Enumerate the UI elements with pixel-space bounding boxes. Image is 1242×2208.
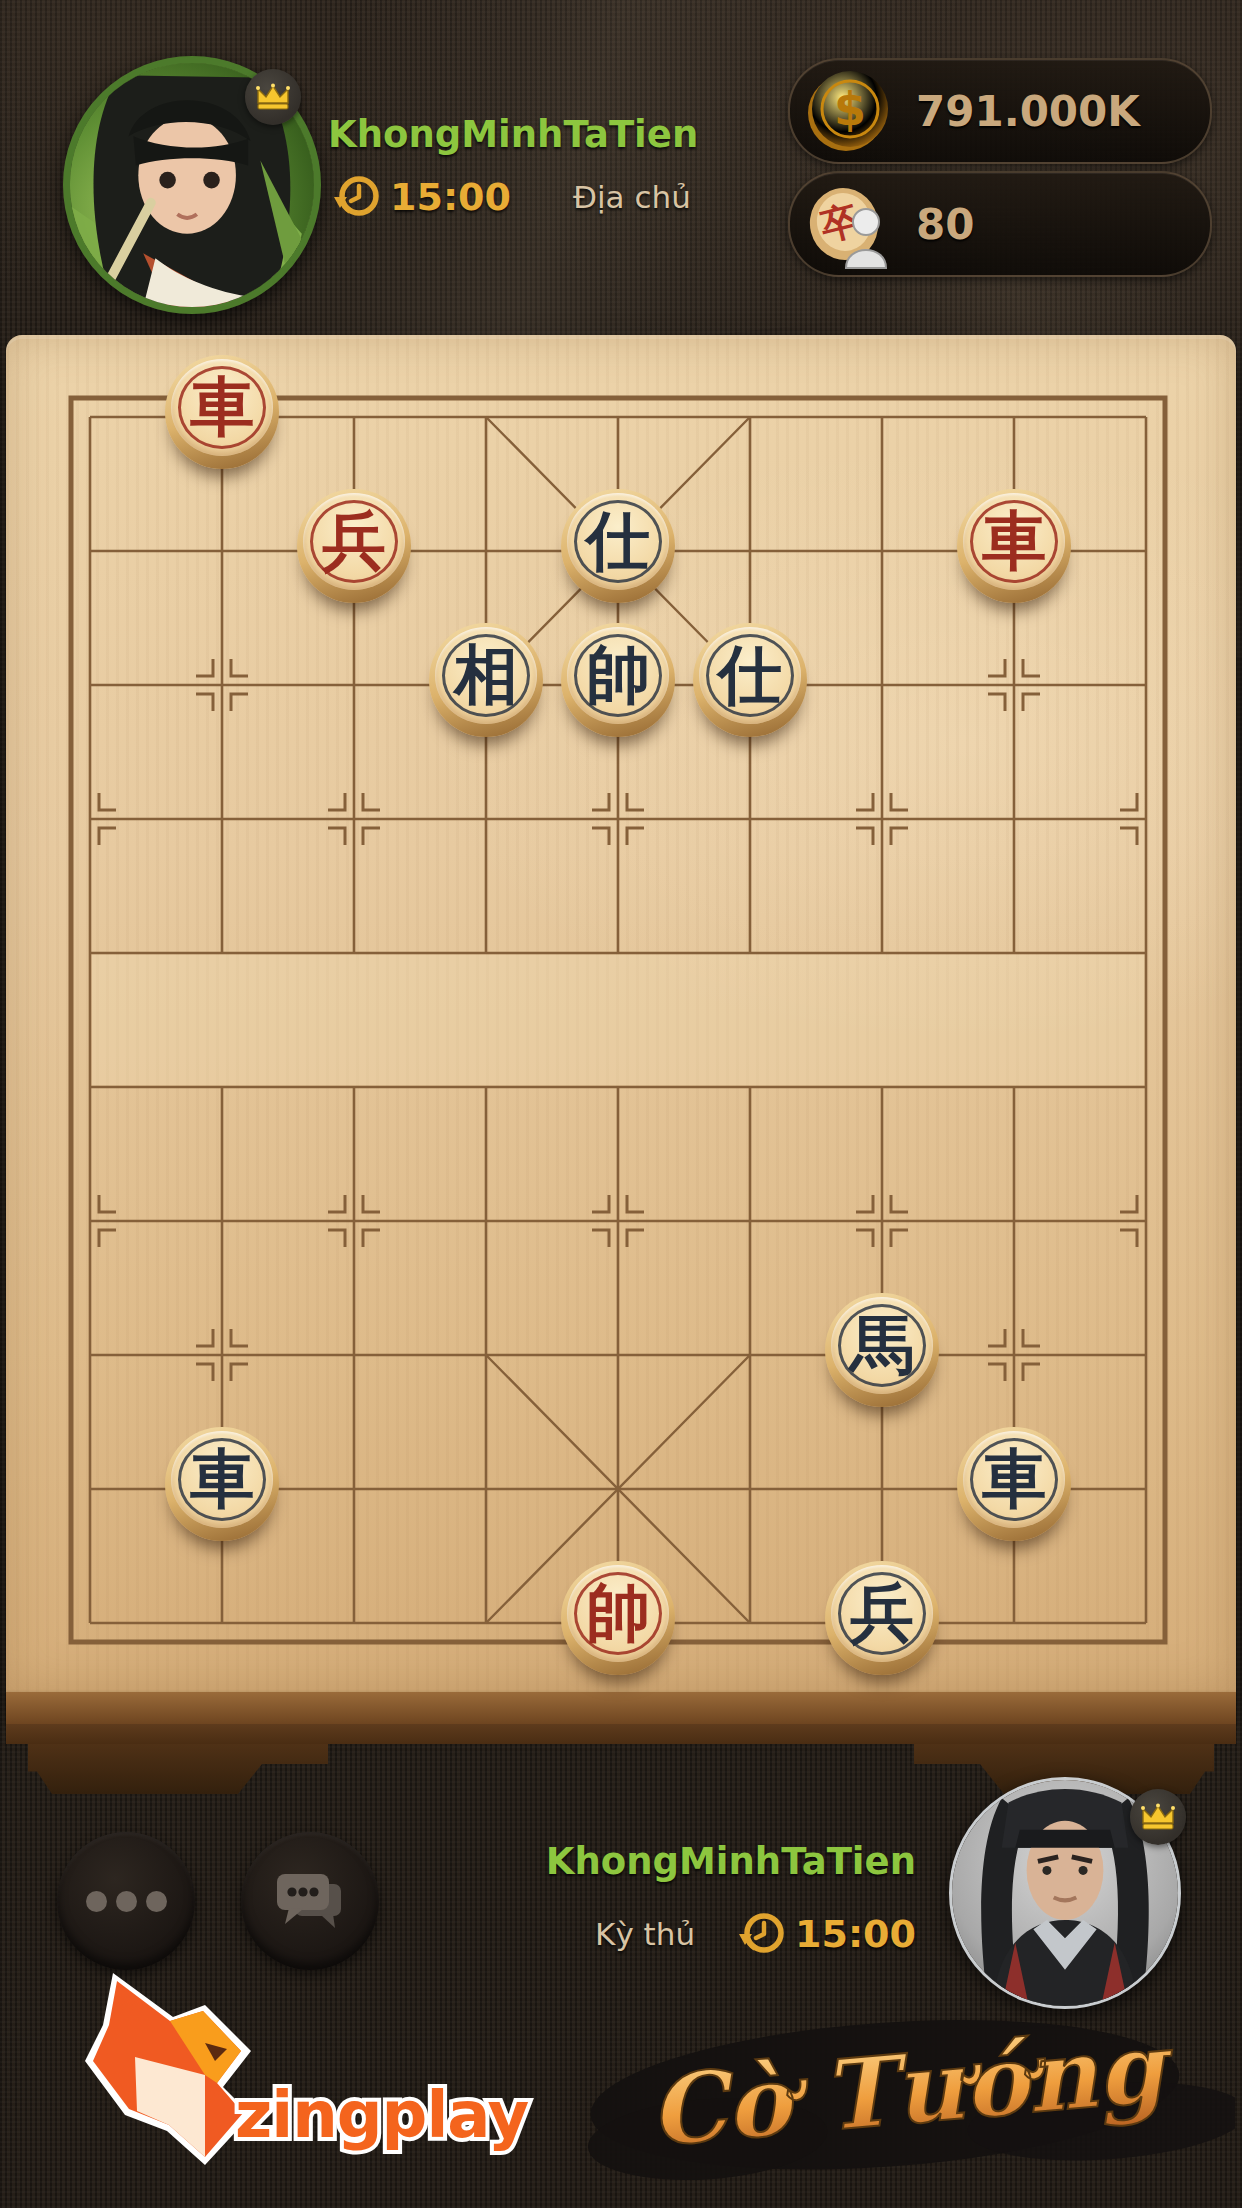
piece-glyph: 車 — [957, 1429, 1071, 1528]
fox-icon — [85, 1973, 251, 2165]
piece-black-horse[interactable]: 馬 — [825, 1293, 939, 1407]
top-player-status-row: 15:00 Địa chủ — [330, 169, 691, 225]
dot — [116, 1891, 137, 1912]
timer-icon — [330, 170, 384, 224]
game-screen: KhongMinhTaTien 15:00 Địa chủ $ 791.000K… — [0, 0, 1242, 2208]
spectator-count-pill[interactable]: 卒 80 — [788, 171, 1212, 277]
crown-icon — [1140, 1802, 1176, 1832]
piece-red-chariot[interactable]: 車 — [165, 355, 279, 469]
piece-glyph: 車 — [165, 357, 279, 456]
piece-black-chariot[interactable]: 車 — [957, 1427, 1071, 1541]
piece-black-pawn[interactable]: 兵 — [825, 1561, 939, 1675]
svg-text:$: $ — [834, 82, 866, 136]
piece-black-advisor[interactable]: 仕 — [693, 623, 807, 737]
piece-black-general[interactable]: 帥 — [561, 623, 675, 737]
coin-balance-value: 791.000K — [916, 87, 1140, 136]
piece-glyph: 相 — [429, 625, 543, 724]
piece-black-elephant[interactable]: 相 — [429, 623, 543, 737]
timer-icon — [735, 1907, 789, 1961]
piece-glyph: 仕 — [693, 625, 807, 724]
piece-glyph: 馬 — [825, 1295, 939, 1394]
board-stand-edge — [6, 1724, 1236, 1744]
dot — [86, 1891, 107, 1912]
chat-bubble-icon — [273, 1870, 347, 1932]
piece-black-advisor[interactable]: 仕 — [561, 489, 675, 603]
piece-black-chariot[interactable]: 車 — [165, 1427, 279, 1541]
spectator-count-value: 80 — [916, 200, 974, 249]
chat-button[interactable] — [241, 1832, 379, 1970]
more-options-button[interactable] — [57, 1832, 195, 1970]
spectator-icon: 卒 — [802, 176, 898, 272]
cotuong-logo: Cờ Tướng — [585, 1985, 1235, 2205]
piece-glyph: 帥 — [561, 1563, 675, 1662]
bottom-player-name: KhongMinhTaTien — [546, 1840, 916, 1883]
dot — [146, 1891, 167, 1912]
piece-glyph: 車 — [957, 491, 1071, 590]
bottom-player-status-row: Kỳ thủ 15:00 — [595, 1906, 916, 1962]
crown-icon — [255, 82, 291, 112]
piece-red-pawn[interactable]: 兵 — [297, 489, 411, 603]
coin-balance-pill[interactable]: $ 791.000K — [788, 58, 1212, 164]
piece-red-chariot[interactable]: 車 — [957, 489, 1071, 603]
top-player-name: KhongMinhTaTien — [328, 113, 698, 156]
zingplay-logo: zingplay — [55, 1965, 535, 2195]
piece-glyph: 仕 — [561, 491, 675, 590]
gold-coin-icon: $ — [802, 63, 898, 159]
board-leg-left — [28, 1744, 328, 1794]
bottom-player-role: Kỳ thủ — [595, 1916, 695, 1952]
bottom-player-timer: 15:00 — [795, 1912, 916, 1956]
piece-glyph: 帥 — [561, 625, 675, 724]
top-player-role: Địa chủ — [573, 179, 691, 215]
zingplay-wordmark: zingplay — [235, 2078, 529, 2152]
piece-glyph: 兵 — [825, 1563, 939, 1662]
crown-badge — [245, 69, 301, 125]
piece-red-general[interactable]: 帥 — [561, 1561, 675, 1675]
top-player-timer: 15:00 — [390, 175, 511, 219]
board-stand — [6, 1692, 1236, 1724]
crown-badge — [1130, 1789, 1186, 1845]
piece-glyph: 兵 — [297, 491, 411, 590]
piece-glyph: 車 — [165, 1429, 279, 1528]
